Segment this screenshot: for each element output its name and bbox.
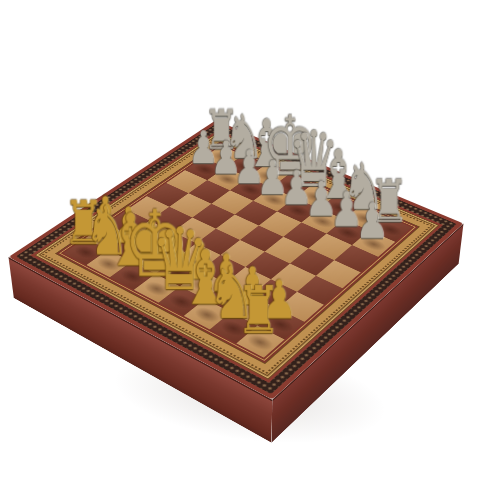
silver-pawn-glyph: ♟ (340, 196, 404, 245)
chess-board-box: ♜♞♝♚♛♝♞♜♟♟♟♟♟♟♟♟♟♟♟♟♟♟♟♟♜♞♝♚♛♝♞♜ (8, 120, 463, 400)
chess-set-scene: ♜♞♝♚♛♝♞♜♟♟♟♟♟♟♟♟♟♟♟♟♟♟♟♟♜♞♝♚♛♝♞♜ (0, 0, 480, 480)
photo-background: ♜♞♝♚♛♝♞♜♟♟♟♟♟♟♟♟♟♟♟♟♟♟♟♟♜♞♝♚♛♝♞♜ (0, 0, 480, 480)
gold-rook-glyph: ♜ (223, 277, 294, 343)
